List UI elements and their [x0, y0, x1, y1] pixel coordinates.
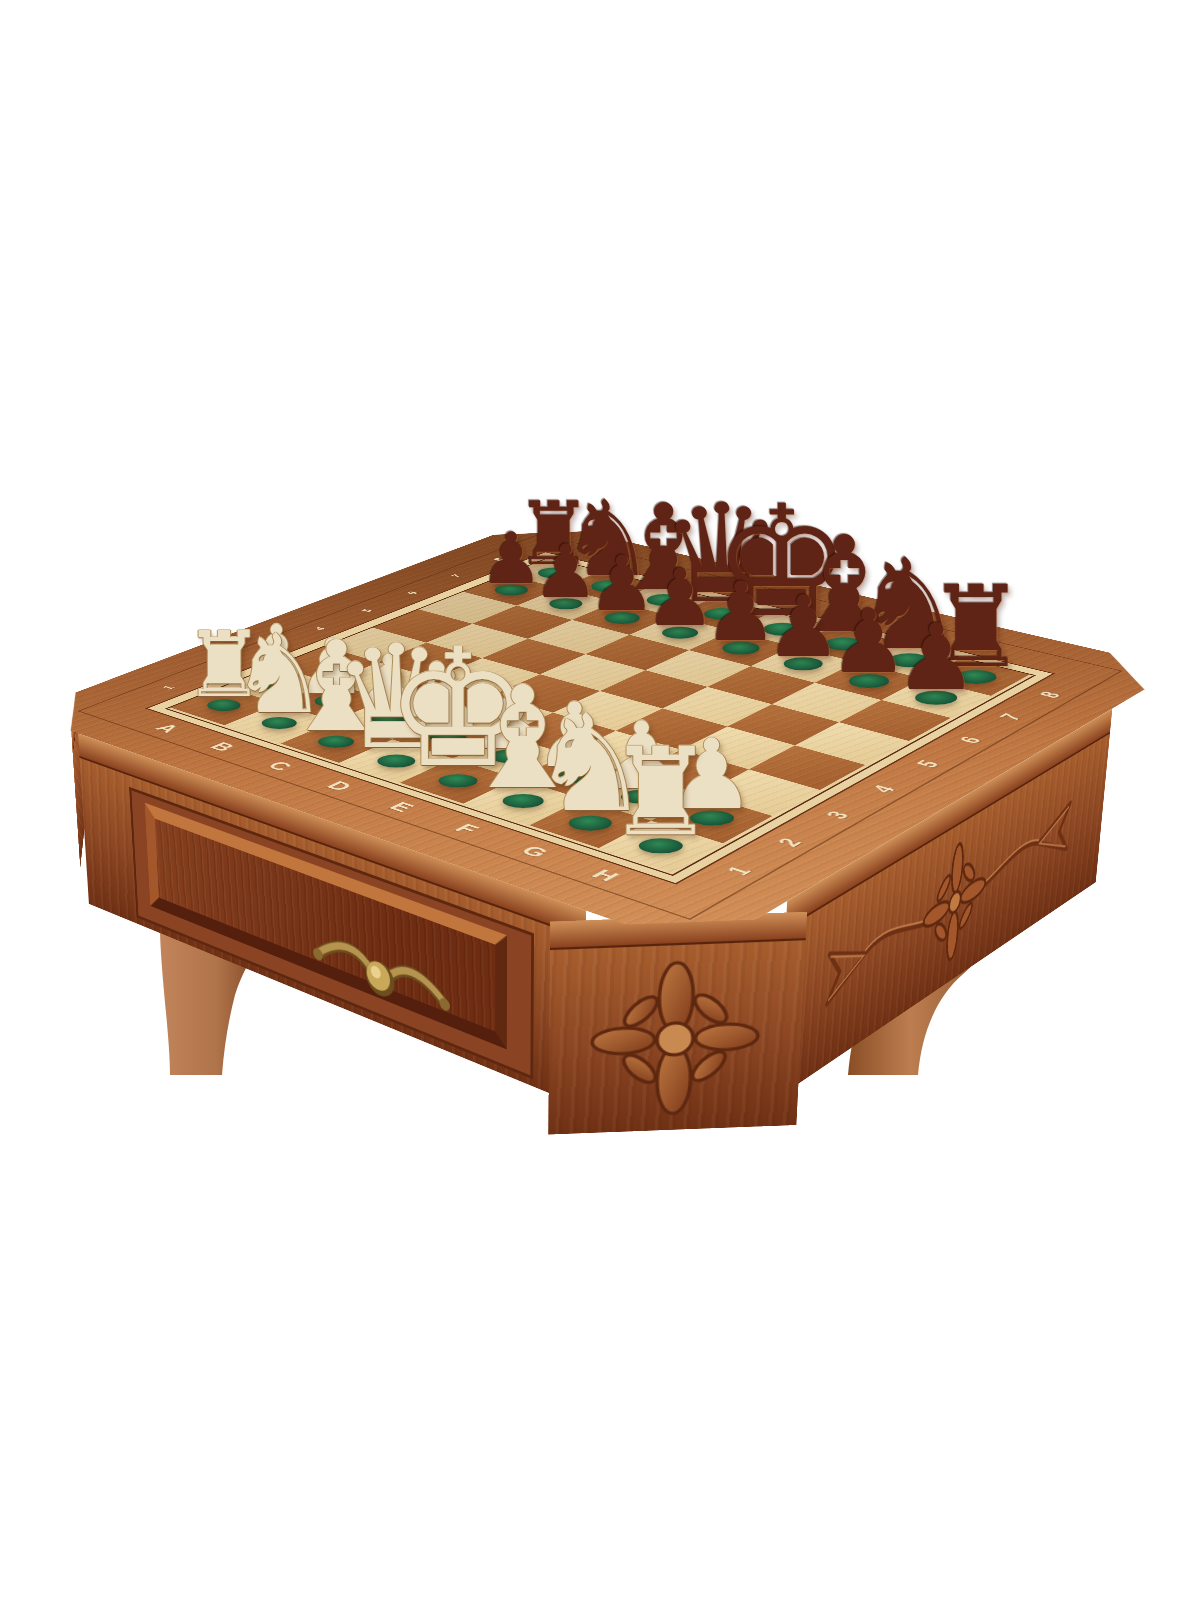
table-scene: ABCDEFGH1122334455667788 [0, 0, 1200, 1600]
product-photo-chess-table: { "game": "chess", "position": { "fen": … [0, 0, 1200, 1600]
tabletop: ABCDEFGH1122334455667788 [21, 520, 1180, 951]
corner-rosette-carving [548, 940, 806, 1135]
corner-post [548, 912, 807, 1135]
